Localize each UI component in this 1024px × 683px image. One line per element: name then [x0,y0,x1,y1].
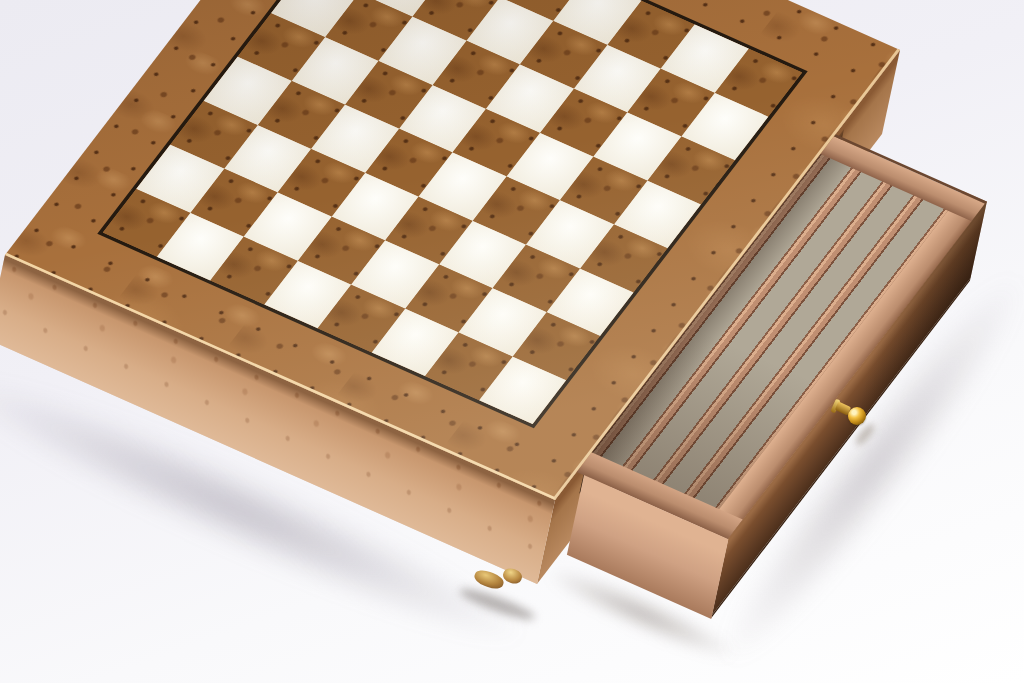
drawer-knob[interactable] [848,407,866,425]
product-photo-scene [0,0,1024,683]
case-foot-left [472,567,505,591]
